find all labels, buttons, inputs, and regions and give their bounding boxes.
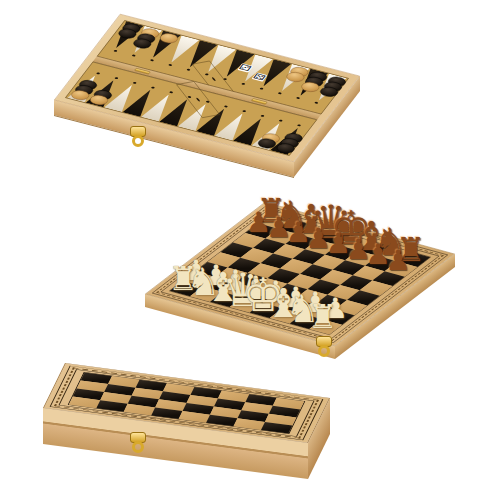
brass-clasp-icon: [314, 336, 334, 358]
brass-clasp-icon: [128, 432, 148, 454]
black-pawn[interactable]: ♟: [386, 247, 411, 275]
brass-clasp-icon: [128, 126, 148, 148]
chess-board-frame: ♜♞♝♛♚♝♞♜♟♟♟♟♟♟♟♟♟♟♟♟♟♟♟♟♜♞♝♛♚♝♞♜: [145, 202, 455, 346]
white-rook[interactable]: ♜: [308, 300, 338, 333]
product-photo-3in1-game-set: ⚂⚄ ♜♞♝♛♚♝♞♜♟♟♟♟♟♟♟♟♟♟♟♟♟♟♟♟♜♞♝♛♚♝♞♜: [0, 0, 500, 500]
square-h1[interactable]: ♜: [309, 319, 342, 334]
